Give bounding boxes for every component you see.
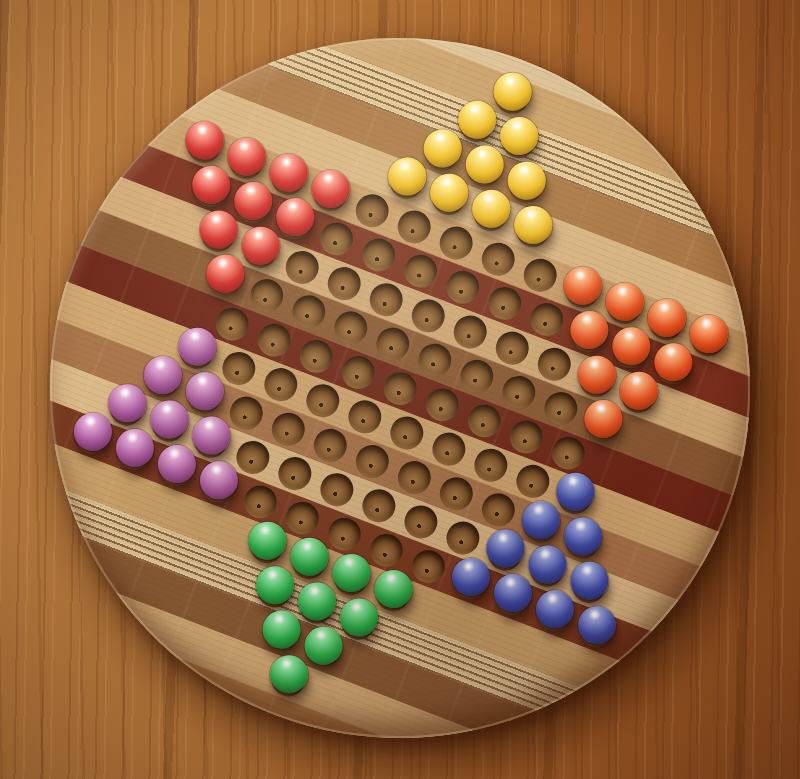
table-surface (0, 0, 800, 779)
chinese-checkers-board (0, 0, 800, 779)
